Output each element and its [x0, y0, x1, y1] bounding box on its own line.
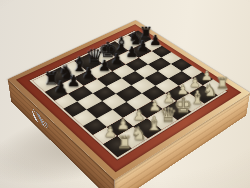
- piece-white-pawn[interactable]: ♟: [133, 108, 146, 122]
- latch-hook-icon: [42, 119, 48, 130]
- piece-white-rook[interactable]: ♜: [216, 76, 230, 91]
- photo-scene: ♜♞♝♛♚♝♞♜♟♟♟♟♟♟♟♟♟♟♟♟♟♟♟♟♜♞♝♛♚♝♞♜: [0, 0, 250, 188]
- piece-black-pawn[interactable]: ♟: [125, 46, 138, 60]
- piece-black-pawn[interactable]: ♟: [111, 53, 124, 68]
- piece-black-pawn[interactable]: ♟: [98, 59, 111, 74]
- piece-white-pawn[interactable]: ♟: [117, 117, 130, 131]
- piece-black-pawn[interactable]: ♟: [137, 40, 150, 54]
- piece-white-rook[interactable]: ♜: [117, 134, 132, 151]
- piece-white-king[interactable]: ♚: [174, 95, 192, 115]
- piece-black-pawn[interactable]: ♟: [150, 34, 163, 48]
- piece-black-pawn[interactable]: ♟: [54, 81, 68, 97]
- piece-white-knight[interactable]: ♞: [130, 125, 146, 143]
- piece-white-pawn[interactable]: ♟: [103, 125, 116, 140]
- piece-white-bishop[interactable]: ♝: [146, 115, 163, 134]
- piece-black-pawn[interactable]: ♟: [67, 74, 81, 89]
- piece-black-pawn[interactable]: ♟: [83, 67, 97, 82]
